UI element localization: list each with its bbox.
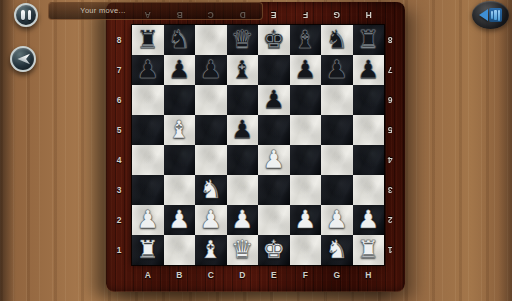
square-e5[interactable] — [258, 115, 290, 145]
app-screen: ABCDEFGH ABCDEFGH 87654321 87654321 ♜♞♛♚… — [0, 0, 512, 301]
square-e7[interactable] — [258, 55, 290, 85]
piece-white-pawn[interactable]: ♟ — [353, 205, 385, 235]
square-f7[interactable]: ♟ — [290, 55, 322, 85]
square-f2[interactable]: ♟ — [290, 205, 322, 235]
square-g1[interactable]: ♞ — [321, 235, 353, 265]
piece-black-knight[interactable]: ♞ — [164, 25, 196, 55]
square-g6[interactable] — [321, 85, 353, 115]
square-c2[interactable]: ♟ — [195, 205, 227, 235]
volume-button[interactable] — [472, 1, 509, 29]
square-e2[interactable] — [258, 205, 290, 235]
square-f1[interactable] — [290, 235, 322, 265]
board-frame: ABCDEFGH ABCDEFGH 87654321 87654321 ♜♞♛♚… — [106, 2, 405, 292]
square-d5[interactable]: ♟ — [227, 115, 259, 145]
square-c4[interactable] — [195, 145, 227, 175]
piece-white-pawn[interactable]: ♟ — [321, 205, 353, 235]
square-e1[interactable]: ♚ — [258, 235, 290, 265]
piece-black-queen[interactable]: ♛ — [227, 25, 259, 55]
square-c1[interactable]: ♝ — [195, 235, 227, 265]
square-b5[interactable]: ♝ — [164, 115, 196, 145]
coord-label-H: H — [353, 8, 385, 22]
square-a5[interactable] — [132, 115, 164, 145]
square-h5[interactable] — [353, 115, 385, 145]
status-text: Your move... — [53, 3, 153, 19]
piece-black-pawn[interactable]: ♟ — [353, 55, 385, 85]
square-c7[interactable]: ♟ — [195, 55, 227, 85]
square-a3[interactable] — [132, 175, 164, 205]
coord-label-C: C — [195, 268, 227, 282]
coord-label-E: E — [258, 268, 290, 282]
pause-icon — [21, 10, 31, 20]
piece-white-bishop[interactable]: ♝ — [195, 235, 227, 265]
square-g3[interactable] — [321, 175, 353, 205]
piece-black-pawn[interactable]: ♟ — [290, 55, 322, 85]
piece-white-queen[interactable]: ♛ — [227, 235, 259, 265]
piece-white-pawn[interactable]: ♟ — [164, 205, 196, 235]
square-c6[interactable] — [195, 85, 227, 115]
square-h6[interactable] — [353, 85, 385, 115]
piece-black-pawn[interactable]: ♟ — [164, 55, 196, 85]
coord-label-D: D — [227, 268, 259, 282]
piece-white-pawn[interactable]: ♟ — [290, 205, 322, 235]
square-d2[interactable]: ♟ — [227, 205, 259, 235]
square-f3[interactable] — [290, 175, 322, 205]
piece-white-pawn[interactable]: ♟ — [132, 205, 164, 235]
piece-white-rook[interactable]: ♜ — [132, 235, 164, 265]
square-b3[interactable] — [164, 175, 196, 205]
back-button[interactable] — [10, 46, 36, 72]
piece-black-knight[interactable]: ♞ — [321, 25, 353, 55]
piece-black-pawn[interactable]: ♟ — [258, 85, 290, 115]
piece-white-king[interactable]: ♚ — [258, 235, 290, 265]
square-a1[interactable]: ♜ — [132, 235, 164, 265]
square-b7[interactable]: ♟ — [164, 55, 196, 85]
coord-label-3: 3 — [108, 175, 130, 205]
coord-label-6: 6 — [108, 85, 130, 115]
square-e6[interactable]: ♟ — [258, 85, 290, 115]
square-b1[interactable] — [164, 235, 196, 265]
square-h4[interactable] — [353, 145, 385, 175]
square-a2[interactable]: ♟ — [132, 205, 164, 235]
square-d8[interactable]: ♛ — [227, 25, 259, 55]
file-labels-bottom: ABCDEFGH — [132, 268, 384, 282]
square-a7[interactable]: ♟ — [132, 55, 164, 85]
chess-board: ♜♞♛♚♝♞♜♟♟♟♝♟♟♟♟♝♟♟♞♟♟♟♟♟♟♟♜♝♛♚♞♜ — [132, 25, 384, 265]
square-e8[interactable]: ♚ — [258, 25, 290, 55]
status-bar: Your move... — [48, 2, 263, 20]
square-f4[interactable] — [290, 145, 322, 175]
piece-white-knight[interactable]: ♞ — [195, 175, 227, 205]
square-d7[interactable]: ♝ — [227, 55, 259, 85]
coord-label-A: A — [132, 268, 164, 282]
square-g5[interactable] — [321, 115, 353, 145]
piece-black-rook[interactable]: ♜ — [132, 25, 164, 55]
piece-black-pawn[interactable]: ♟ — [132, 55, 164, 85]
coord-label-F: F — [290, 268, 322, 282]
piece-white-bishop[interactable]: ♝ — [164, 115, 196, 145]
square-h1[interactable]: ♜ — [353, 235, 385, 265]
square-b8[interactable]: ♞ — [164, 25, 196, 55]
square-d6[interactable] — [227, 85, 259, 115]
coord-label-G: G — [321, 268, 353, 282]
coord-label-5: 5 — [108, 115, 130, 145]
piece-black-bishop[interactable]: ♝ — [227, 55, 259, 85]
piece-black-pawn[interactable]: ♟ — [195, 55, 227, 85]
pause-button[interactable] — [14, 3, 38, 27]
rank-labels-left: 87654321 — [108, 25, 130, 265]
coord-label-8: 8 — [108, 25, 130, 55]
coord-label-2: 2 — [108, 205, 130, 235]
piece-white-rook[interactable]: ♜ — [353, 235, 385, 265]
square-h8[interactable]: ♜ — [353, 25, 385, 55]
square-f6[interactable] — [290, 85, 322, 115]
square-g8[interactable]: ♞ — [321, 25, 353, 55]
square-b2[interactable]: ♟ — [164, 205, 196, 235]
piece-black-pawn[interactable]: ♟ — [321, 55, 353, 85]
square-h3[interactable] — [353, 175, 385, 205]
square-g4[interactable] — [321, 145, 353, 175]
square-c5[interactable] — [195, 115, 227, 145]
piece-white-pawn[interactable]: ♟ — [227, 205, 259, 235]
piece-black-king[interactable]: ♚ — [258, 25, 290, 55]
coord-label-H: H — [353, 268, 385, 282]
piece-black-pawn[interactable]: ♟ — [227, 115, 259, 145]
square-a8[interactable]: ♜ — [132, 25, 164, 55]
square-g7[interactable]: ♟ — [321, 55, 353, 85]
volume-bars-icon — [489, 8, 503, 22]
back-arrow-icon — [16, 53, 30, 65]
square-b6[interactable] — [164, 85, 196, 115]
coord-label-4: 4 — [108, 145, 130, 175]
piece-black-rook[interactable]: ♜ — [353, 25, 385, 55]
square-e4[interactable]: ♟ — [258, 145, 290, 175]
square-d3[interactable] — [227, 175, 259, 205]
square-a4[interactable] — [132, 145, 164, 175]
speaker-icon — [479, 9, 488, 21]
piece-black-bishop[interactable]: ♝ — [290, 25, 322, 55]
square-e3[interactable] — [258, 175, 290, 205]
square-g2[interactable]: ♟ — [321, 205, 353, 235]
piece-white-pawn[interactable]: ♟ — [258, 145, 290, 175]
square-f8[interactable]: ♝ — [290, 25, 322, 55]
square-h2[interactable]: ♟ — [353, 205, 385, 235]
square-c3[interactable]: ♞ — [195, 175, 227, 205]
square-f5[interactable] — [290, 115, 322, 145]
coord-label-F: F — [290, 8, 322, 22]
square-d4[interactable] — [227, 145, 259, 175]
piece-white-knight[interactable]: ♞ — [321, 235, 353, 265]
coord-label-7: 7 — [108, 55, 130, 85]
coord-label-1: 1 — [108, 235, 130, 265]
piece-white-pawn[interactable]: ♟ — [195, 205, 227, 235]
square-a6[interactable] — [132, 85, 164, 115]
square-h7[interactable]: ♟ — [353, 55, 385, 85]
coord-label-G: G — [321, 8, 353, 22]
square-b4[interactable] — [164, 145, 196, 175]
square-d1[interactable]: ♛ — [227, 235, 259, 265]
coord-label-B: B — [164, 268, 196, 282]
square-c8[interactable] — [195, 25, 227, 55]
